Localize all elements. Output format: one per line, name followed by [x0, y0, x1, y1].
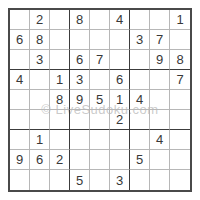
cell-r1c1[interactable]: [10, 10, 30, 30]
cell-r3c3[interactable]: [50, 50, 70, 70]
cell-r4c2[interactable]: [30, 70, 50, 90]
cell-r8c1[interactable]: 9: [10, 150, 30, 170]
cell-r4c5[interactable]: [90, 70, 110, 90]
cell-r9c6[interactable]: 3: [110, 170, 130, 190]
cell-r6c4[interactable]: [70, 110, 90, 130]
sudoku-board: © LiveSudoku.com 28416837367984136789514…: [8, 8, 192, 192]
cell-r2c8[interactable]: 7: [150, 30, 170, 50]
cell-r1c4[interactable]: 8: [70, 10, 90, 30]
cell-r9c7[interactable]: [130, 170, 150, 190]
cell-r8c3[interactable]: 2: [50, 150, 70, 170]
cell-r1c6[interactable]: 4: [110, 10, 130, 30]
cell-r2c6[interactable]: [110, 30, 130, 50]
cell-r8c7[interactable]: 5: [130, 150, 150, 170]
cell-r9c4[interactable]: 5: [70, 170, 90, 190]
cell-r6c2[interactable]: [30, 110, 50, 130]
cell-r9c2[interactable]: [30, 170, 50, 190]
cell-r3c4[interactable]: 6: [70, 50, 90, 70]
cell-r7c9[interactable]: [170, 130, 190, 150]
cell-r5c8[interactable]: [150, 90, 170, 110]
cell-r6c7[interactable]: [130, 110, 150, 130]
cell-r2c9[interactable]: [170, 30, 190, 50]
cell-r3c7[interactable]: [130, 50, 150, 70]
sudoku-grid: 28416837367984136789514214962553: [10, 10, 190, 190]
cell-r2c4[interactable]: [70, 30, 90, 50]
cell-r3c8[interactable]: 9: [150, 50, 170, 70]
cell-r3c2[interactable]: 3: [30, 50, 50, 70]
cell-r5c3[interactable]: 8: [50, 90, 70, 110]
sudoku-screenshot: © LiveSudoku.com 28416837367984136789514…: [0, 0, 200, 200]
cell-r4c7[interactable]: [130, 70, 150, 90]
cell-r9c5[interactable]: [90, 170, 110, 190]
cell-r8c8[interactable]: [150, 150, 170, 170]
cell-r1c8[interactable]: [150, 10, 170, 30]
cell-r4c9[interactable]: 7: [170, 70, 190, 90]
cell-r7c5[interactable]: [90, 130, 110, 150]
cell-r7c3[interactable]: [50, 130, 70, 150]
cell-r7c8[interactable]: 4: [150, 130, 170, 150]
cell-r6c6[interactable]: 2: [110, 110, 130, 130]
cell-r5c9[interactable]: [170, 90, 190, 110]
cell-r8c6[interactable]: [110, 150, 130, 170]
cell-r6c5[interactable]: [90, 110, 110, 130]
cell-r6c8[interactable]: [150, 110, 170, 130]
cell-r7c1[interactable]: [10, 130, 30, 150]
cell-r4c3[interactable]: 1: [50, 70, 70, 90]
cell-r5c5[interactable]: 5: [90, 90, 110, 110]
cell-r5c1[interactable]: [10, 90, 30, 110]
cell-r2c7[interactable]: 3: [130, 30, 150, 50]
cell-r3c5[interactable]: 7: [90, 50, 110, 70]
cell-r6c9[interactable]: [170, 110, 190, 130]
cell-r7c2[interactable]: 1: [30, 130, 50, 150]
cell-r8c4[interactable]: [70, 150, 90, 170]
cell-r2c1[interactable]: 6: [10, 30, 30, 50]
cell-r4c6[interactable]: 6: [110, 70, 130, 90]
cell-r1c7[interactable]: [130, 10, 150, 30]
cell-r6c1[interactable]: [10, 110, 30, 130]
cell-r1c9[interactable]: 1: [170, 10, 190, 30]
cell-r1c3[interactable]: [50, 10, 70, 30]
cell-r5c6[interactable]: 1: [110, 90, 130, 110]
cell-r4c4[interactable]: 3: [70, 70, 90, 90]
cell-r2c2[interactable]: 8: [30, 30, 50, 50]
cell-r8c9[interactable]: [170, 150, 190, 170]
cell-r1c2[interactable]: 2: [30, 10, 50, 30]
cell-r7c7[interactable]: [130, 130, 150, 150]
cell-r8c2[interactable]: 6: [30, 150, 50, 170]
cell-r3c9[interactable]: 8: [170, 50, 190, 70]
cell-r9c1[interactable]: [10, 170, 30, 190]
cell-r4c8[interactable]: [150, 70, 170, 90]
cell-r7c6[interactable]: [110, 130, 130, 150]
cell-r1c5[interactable]: [90, 10, 110, 30]
cell-r5c7[interactable]: 4: [130, 90, 150, 110]
cell-r5c4[interactable]: 9: [70, 90, 90, 110]
cell-r8c5[interactable]: [90, 150, 110, 170]
cell-r5c2[interactable]: [30, 90, 50, 110]
cell-r2c5[interactable]: [90, 30, 110, 50]
cell-r6c3[interactable]: [50, 110, 70, 130]
cell-r9c8[interactable]: [150, 170, 170, 190]
cell-r3c6[interactable]: [110, 50, 130, 70]
cell-r7c4[interactable]: [70, 130, 90, 150]
cell-r9c9[interactable]: [170, 170, 190, 190]
cell-r3c1[interactable]: [10, 50, 30, 70]
cell-r4c1[interactable]: 4: [10, 70, 30, 90]
cell-r2c3[interactable]: [50, 30, 70, 50]
cell-r9c3[interactable]: [50, 170, 70, 190]
